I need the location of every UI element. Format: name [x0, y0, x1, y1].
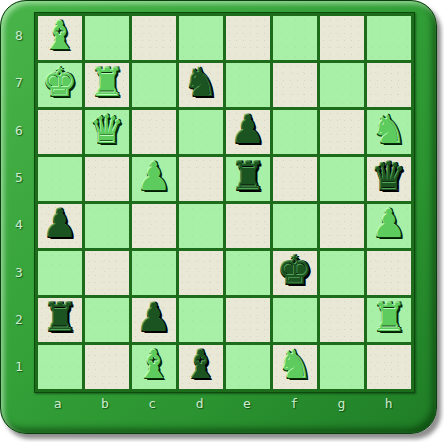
piece-white-king-a7[interactable]: ♚ — [43, 61, 78, 105]
square-a7[interactable]: ♚ — [38, 63, 82, 107]
piece-black-rook-a2[interactable]: ♜ — [43, 296, 78, 340]
rank-label-7: 7 — [5, 59, 33, 106]
piece-black-pawn-a4[interactable]: ♟ — [43, 202, 78, 246]
square-d7[interactable]: ♞ — [179, 63, 223, 107]
square-a3[interactable] — [38, 251, 82, 295]
square-f7[interactable] — [273, 63, 317, 107]
square-g6[interactable] — [320, 110, 364, 154]
piece-white-queen-b6[interactable]: ♛ — [90, 108, 125, 152]
square-c6[interactable] — [132, 110, 176, 154]
square-e2[interactable] — [226, 298, 270, 342]
board-frame: 87654321 ♝♚♜♞♛♟♞♟♜♛♟♟♚♜♟♜♝♝♞ abcdefgh — [0, 0, 437, 434]
square-f5[interactable] — [273, 157, 317, 201]
square-a1[interactable] — [38, 345, 82, 389]
square-d1[interactable]: ♝ — [179, 345, 223, 389]
rank-label-4: 4 — [5, 201, 33, 248]
square-h3[interactable] — [367, 251, 411, 295]
square-f8[interactable] — [273, 16, 317, 60]
square-e7[interactable] — [226, 63, 270, 107]
square-b8[interactable] — [85, 16, 129, 60]
square-c1[interactable]: ♝ — [132, 345, 176, 389]
square-f6[interactable] — [273, 110, 317, 154]
square-g4[interactable] — [320, 204, 364, 248]
square-h2[interactable]: ♜ — [367, 298, 411, 342]
square-g3[interactable] — [320, 251, 364, 295]
piece-black-pawn-c2[interactable]: ♟ — [137, 296, 172, 340]
square-e3[interactable] — [226, 251, 270, 295]
square-d5[interactable] — [179, 157, 223, 201]
square-f1[interactable]: ♞ — [273, 345, 317, 389]
square-g1[interactable] — [320, 345, 364, 389]
rank-label-6: 6 — [5, 107, 33, 154]
piece-white-rook-h2[interactable]: ♜ — [372, 296, 407, 340]
square-e4[interactable] — [226, 204, 270, 248]
square-a6[interactable] — [38, 110, 82, 154]
square-b3[interactable] — [85, 251, 129, 295]
square-b7[interactable]: ♜ — [85, 63, 129, 107]
square-a4[interactable]: ♟ — [38, 204, 82, 248]
square-h8[interactable] — [367, 16, 411, 60]
piece-white-pawn-c5[interactable]: ♟ — [137, 155, 172, 199]
file-label-b: b — [81, 392, 128, 414]
rank-label-1: 1 — [5, 343, 33, 390]
square-g7[interactable] — [320, 63, 364, 107]
piece-white-rook-b7[interactable]: ♜ — [90, 61, 125, 105]
square-b5[interactable] — [85, 157, 129, 201]
square-e5[interactable]: ♜ — [226, 157, 270, 201]
square-d6[interactable] — [179, 110, 223, 154]
piece-black-knight-d7[interactable]: ♞ — [184, 61, 219, 105]
square-e6[interactable]: ♟ — [226, 110, 270, 154]
square-c5[interactable]: ♟ — [132, 157, 176, 201]
file-label-e: e — [223, 392, 270, 414]
piece-black-pawn-e6[interactable]: ♟ — [231, 108, 266, 152]
piece-black-king-f3[interactable]: ♚ — [278, 249, 313, 293]
square-f3[interactable]: ♚ — [273, 251, 317, 295]
square-e8[interactable] — [226, 16, 270, 60]
square-a5[interactable] — [38, 157, 82, 201]
chess-app-window: 87654321 ♝♚♜♞♛♟♞♟♜♛♟♟♚♜♟♜♝♝♞ abcdefgh — [0, 0, 444, 442]
square-b1[interactable] — [85, 345, 129, 389]
board-grid[interactable]: ♝♚♜♞♛♟♞♟♜♛♟♟♚♜♟♜♝♝♞ — [34, 12, 415, 393]
square-h6[interactable]: ♞ — [367, 110, 411, 154]
square-h1[interactable] — [367, 345, 411, 389]
file-label-c: c — [129, 392, 176, 414]
piece-black-rook-e5[interactable]: ♜ — [231, 155, 266, 199]
rank-label-8: 8 — [5, 12, 33, 59]
square-c3[interactable] — [132, 251, 176, 295]
square-e1[interactable] — [226, 345, 270, 389]
rank-label-3: 3 — [5, 248, 33, 295]
file-labels: abcdefgh — [34, 392, 413, 414]
square-f2[interactable] — [273, 298, 317, 342]
square-h5[interactable]: ♛ — [367, 157, 411, 201]
square-b6[interactable]: ♛ — [85, 110, 129, 154]
rank-label-2: 2 — [5, 296, 33, 343]
piece-white-knight-h6[interactable]: ♞ — [372, 108, 407, 152]
piece-white-pawn-h4[interactable]: ♟ — [372, 202, 407, 246]
file-label-a: a — [34, 392, 81, 414]
square-h7[interactable] — [367, 63, 411, 107]
file-label-g: g — [318, 392, 365, 414]
square-d8[interactable] — [179, 16, 223, 60]
square-b2[interactable] — [85, 298, 129, 342]
square-c8[interactable] — [132, 16, 176, 60]
square-g5[interactable] — [320, 157, 364, 201]
square-c4[interactable] — [132, 204, 176, 248]
piece-black-bishop-d1[interactable]: ♝ — [184, 343, 219, 387]
square-d3[interactable] — [179, 251, 223, 295]
file-label-h: h — [365, 392, 412, 414]
rank-labels: 87654321 — [5, 12, 33, 391]
square-h4[interactable]: ♟ — [367, 204, 411, 248]
piece-white-bishop-a8[interactable]: ♝ — [43, 14, 78, 58]
square-d2[interactable] — [179, 298, 223, 342]
square-c2[interactable]: ♟ — [132, 298, 176, 342]
piece-white-bishop-c1[interactable]: ♝ — [137, 343, 172, 387]
piece-black-queen-h5[interactable]: ♛ — [372, 155, 407, 199]
square-b4[interactable] — [85, 204, 129, 248]
square-g8[interactable] — [320, 16, 364, 60]
file-label-d: d — [176, 392, 223, 414]
square-c7[interactable] — [132, 63, 176, 107]
rank-label-5: 5 — [5, 154, 33, 201]
square-a2[interactable]: ♜ — [38, 298, 82, 342]
square-d4[interactable] — [179, 204, 223, 248]
square-g2[interactable] — [320, 298, 364, 342]
piece-white-knight-f1[interactable]: ♞ — [278, 343, 313, 387]
square-f4[interactable] — [273, 204, 317, 248]
square-a8[interactable]: ♝ — [38, 16, 82, 60]
file-label-f: f — [270, 392, 317, 414]
